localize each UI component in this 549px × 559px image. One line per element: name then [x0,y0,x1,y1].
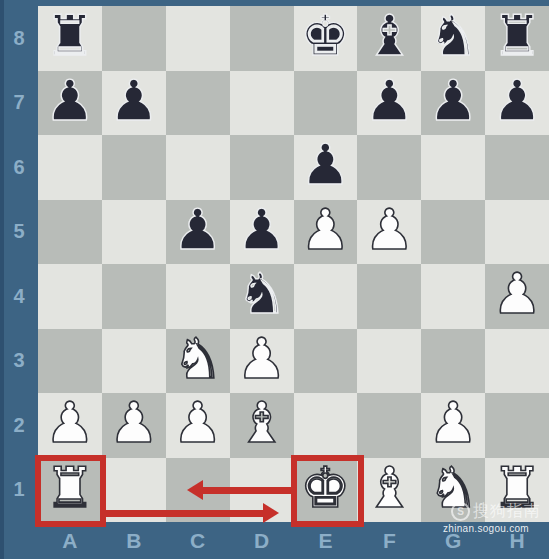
black-pawn-g7: ♟ [428,73,478,129]
file-label-e: E [294,522,358,559]
square-g2: ♟ [421,393,485,458]
square-d3: ♟ [230,329,294,394]
square-a2: ♟ [38,393,102,458]
file-label-b: B [102,522,166,559]
square-h7: ♟ [485,71,549,136]
square-a4 [38,264,102,329]
square-g6 [421,135,485,200]
rank-label-4: 4 [0,264,38,329]
king-move-arrow-head [187,480,203,500]
black-pawn-e6: ♟ [300,137,350,193]
square-d6 [230,135,294,200]
square-e3 [294,329,358,394]
square-f2 [357,393,421,458]
black-rook-h8: ♜ [492,8,542,64]
white-pawn-e5: ♟ [300,202,350,258]
white-pawn-d3: ♟ [236,331,286,387]
watermark: S 搜狗指南 [451,501,541,522]
rank-label-2: 2 [0,393,38,458]
rank-label-5: 5 [0,200,38,265]
file-label-d: D [230,522,294,559]
white-bishop-d2: ♝ [236,395,286,451]
square-b6 [102,135,166,200]
square-e4 [294,264,358,329]
white-bishop-f1: ♝ [364,460,414,516]
black-pawn-b7: ♟ [109,73,159,129]
sogou-logo-icon: S [451,502,470,521]
square-g7: ♟ [421,71,485,136]
black-pawn-a7: ♟ [45,73,95,129]
square-g3 [421,329,485,394]
square-e5: ♟ [294,200,358,265]
square-c3: ♞ [166,329,230,394]
square-h8: ♜ [485,6,549,71]
square-c7 [166,71,230,136]
rank-label-7: 7 [0,71,38,136]
rank-label-8: 8 [0,6,38,71]
square-a7: ♟ [38,71,102,136]
square-h3 [485,329,549,394]
square-e7 [294,71,358,136]
square-d2: ♝ [230,393,294,458]
square-g5 [421,200,485,265]
black-king-e8: ♚ [300,8,350,64]
square-a6 [38,135,102,200]
square-e8: ♚ [294,6,358,71]
square-c2: ♟ [166,393,230,458]
highlight-box-a1 [35,455,106,527]
square-g8: ♞ [421,6,485,71]
square-b2: ♟ [102,393,166,458]
square-f7: ♟ [357,71,421,136]
black-pawn-c5: ♟ [173,202,223,258]
square-f5: ♟ [357,200,421,265]
white-pawn-b2: ♟ [109,395,159,451]
black-knight-g8: ♞ [428,8,478,64]
square-c4 [166,264,230,329]
square-a3 [38,329,102,394]
white-pawn-c2: ♟ [173,395,223,451]
file-label-c: C [166,522,230,559]
file-label-f: F [357,522,421,559]
square-b8 [102,6,166,71]
square-g4 [421,264,485,329]
white-pawn-h4: ♟ [492,266,542,322]
square-h2 [485,393,549,458]
square-h5 [485,200,549,265]
square-f4 [357,264,421,329]
square-f3 [357,329,421,394]
highlight-box-e1 [291,455,364,527]
white-pawn-a2: ♟ [45,395,95,451]
square-f1: ♝ [357,458,421,523]
black-bishop-f8: ♝ [364,8,414,64]
black-pawn-f7: ♟ [364,73,414,129]
square-b7: ♟ [102,71,166,136]
square-d4: ♞ [230,264,294,329]
rank-label-1: 1 [0,458,38,523]
watermark-url: zhinan.sogou.com [443,523,529,534]
rank-label-3: 3 [0,329,38,394]
square-d8 [230,6,294,71]
black-pawn-d5: ♟ [236,202,286,258]
rank-labels: 87654321 [0,6,38,522]
square-e6: ♟ [294,135,358,200]
square-d7 [230,71,294,136]
rank-label-6: 6 [0,135,38,200]
square-c6 [166,135,230,200]
square-d5: ♟ [230,200,294,265]
square-c8 [166,6,230,71]
file-label-a: A [38,522,102,559]
black-rook-a8: ♜ [45,8,95,64]
square-b3 [102,329,166,394]
square-f8: ♝ [357,6,421,71]
square-a8: ♜ [38,6,102,71]
square-c5: ♟ [166,200,230,265]
square-e2 [294,393,358,458]
square-h4: ♟ [485,264,549,329]
square-b4 [102,264,166,329]
rook-move-arrow-shaft [106,510,263,517]
white-pawn-f5: ♟ [364,202,414,258]
king-move-arrow-shaft [201,487,293,494]
rook-move-arrow-head [263,503,279,523]
white-knight-c3: ♞ [173,331,223,387]
square-f6 [357,135,421,200]
square-a5 [38,200,102,265]
black-pawn-h7: ♟ [492,73,542,129]
watermark-brand: 搜狗指南 [473,501,541,522]
square-h6 [485,135,549,200]
chess-diagram: ♜♚♝♞♜♟♟♟♟♟♟♟♟♟♟♞♟♞♟♟♟♟♝♟♜♚♝♞♜ 87654321 A… [0,0,549,559]
square-b5 [102,200,166,265]
black-knight-d4: ♞ [236,266,286,322]
chess-board: ♜♚♝♞♜♟♟♟♟♟♟♟♟♟♟♞♟♞♟♟♟♟♝♟♜♚♝♞♜ [38,6,549,522]
white-pawn-g2: ♟ [428,395,478,451]
